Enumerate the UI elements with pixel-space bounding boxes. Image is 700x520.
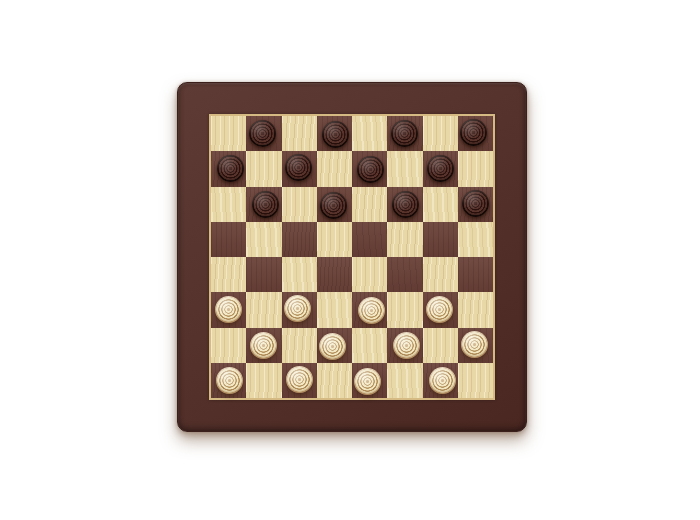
square-b1 [246, 363, 281, 398]
square-a2 [211, 328, 246, 363]
square-g4 [423, 257, 458, 292]
square-c4 [282, 257, 317, 292]
square-g1[interactable]: ⛀ [423, 363, 458, 398]
dark-piece[interactable]: ⛂ [427, 155, 454, 182]
square-b2[interactable]: ⛀ [246, 328, 281, 363]
dark-piece[interactable]: ⛂ [252, 191, 279, 218]
square-d8[interactable]: ⛂ [317, 116, 352, 151]
photo-background: ⛂⛂⛂⛂⛂⛂⛂⛂⛂⛂⛂⛂⛀⛀⛀⛀⛀⛀⛀⛀⛀⛀⛀⛀ [0, 0, 700, 520]
square-b5 [246, 222, 281, 257]
square-d6[interactable]: ⛂ [317, 187, 352, 222]
square-f7 [387, 151, 422, 186]
square-e7[interactable]: ⛂ [352, 151, 387, 186]
square-c3[interactable]: ⛀ [282, 292, 317, 327]
square-b4[interactable] [246, 257, 281, 292]
dark-piece[interactable]: ⛂ [357, 156, 384, 183]
square-g5[interactable] [423, 222, 458, 257]
light-piece[interactable]: ⛀ [354, 368, 381, 395]
square-g2 [423, 328, 458, 363]
square-f4[interactable] [387, 257, 422, 292]
square-d4[interactable] [317, 257, 352, 292]
square-a3[interactable]: ⛀ [211, 292, 246, 327]
light-piece[interactable]: ⛀ [216, 367, 243, 394]
square-b7 [246, 151, 281, 186]
square-a8 [211, 116, 246, 151]
square-g3[interactable]: ⛀ [423, 292, 458, 327]
square-h6[interactable]: ⛂ [458, 187, 493, 222]
square-b6[interactable]: ⛂ [246, 187, 281, 222]
square-d2[interactable]: ⛀ [317, 328, 352, 363]
square-a4 [211, 257, 246, 292]
square-f3 [387, 292, 422, 327]
square-a7[interactable]: ⛂ [211, 151, 246, 186]
dark-piece[interactable]: ⛂ [391, 120, 418, 147]
light-piece[interactable]: ⛀ [250, 332, 277, 359]
light-piece[interactable]: ⛀ [429, 367, 456, 394]
light-piece[interactable]: ⛀ [461, 331, 488, 358]
square-c2 [282, 328, 317, 363]
light-piece[interactable]: ⛀ [426, 296, 453, 323]
square-a5[interactable] [211, 222, 246, 257]
square-a6 [211, 187, 246, 222]
square-e4 [352, 257, 387, 292]
light-piece[interactable]: ⛀ [284, 295, 311, 322]
light-piece[interactable]: ⛀ [358, 297, 385, 324]
light-piece[interactable]: ⛀ [319, 333, 346, 360]
square-g8 [423, 116, 458, 151]
square-f1 [387, 363, 422, 398]
square-e6 [352, 187, 387, 222]
square-b3 [246, 292, 281, 327]
square-e5[interactable] [352, 222, 387, 257]
square-e8 [352, 116, 387, 151]
square-h5 [458, 222, 493, 257]
light-piece[interactable]: ⛀ [215, 296, 242, 323]
light-piece[interactable]: ⛀ [393, 332, 420, 359]
square-h7 [458, 151, 493, 186]
square-g7[interactable]: ⛂ [423, 151, 458, 186]
square-e1[interactable]: ⛀ [352, 363, 387, 398]
square-a1[interactable]: ⛀ [211, 363, 246, 398]
dark-piece[interactable]: ⛂ [460, 119, 487, 146]
play-area: ⛂⛂⛂⛂⛂⛂⛂⛂⛂⛂⛂⛂⛀⛀⛀⛀⛀⛀⛀⛀⛀⛀⛀⛀ [209, 114, 495, 400]
square-c7[interactable]: ⛂ [282, 151, 317, 186]
dark-piece[interactable]: ⛂ [392, 191, 419, 218]
dark-piece[interactable]: ⛂ [462, 190, 489, 217]
square-d5 [317, 222, 352, 257]
square-h2[interactable]: ⛀ [458, 328, 493, 363]
square-h1 [458, 363, 493, 398]
square-h3 [458, 292, 493, 327]
square-c6 [282, 187, 317, 222]
square-d3 [317, 292, 352, 327]
dark-piece[interactable]: ⛂ [249, 120, 276, 147]
square-d1 [317, 363, 352, 398]
square-c8 [282, 116, 317, 151]
square-f6[interactable]: ⛂ [387, 187, 422, 222]
dark-piece[interactable]: ⛂ [320, 192, 347, 219]
square-h8[interactable]: ⛂ [458, 116, 493, 151]
checkers-board: ⛂⛂⛂⛂⛂⛂⛂⛂⛂⛂⛂⛂⛀⛀⛀⛀⛀⛀⛀⛀⛀⛀⛀⛀ [177, 82, 527, 432]
square-c5[interactable] [282, 222, 317, 257]
square-b8[interactable]: ⛂ [246, 116, 281, 151]
dark-piece[interactable]: ⛂ [322, 121, 349, 148]
square-h4[interactable] [458, 257, 493, 292]
square-f8[interactable]: ⛂ [387, 116, 422, 151]
square-d7 [317, 151, 352, 186]
dark-piece[interactable]: ⛂ [285, 154, 312, 181]
square-g6 [423, 187, 458, 222]
dark-piece[interactable]: ⛂ [217, 155, 244, 182]
square-c1[interactable]: ⛀ [282, 363, 317, 398]
square-f5 [387, 222, 422, 257]
light-piece[interactable]: ⛀ [286, 366, 313, 393]
square-f2[interactable]: ⛀ [387, 328, 422, 363]
square-e3[interactable]: ⛀ [352, 292, 387, 327]
square-e2 [352, 328, 387, 363]
